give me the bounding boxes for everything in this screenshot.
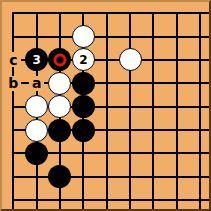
grid-line-vertical	[176, 12, 178, 209]
stone-black[interactable]	[72, 95, 95, 118]
grid-line-vertical	[152, 12, 154, 209]
grid-line-vertical	[199, 12, 201, 209]
circle-marker-icon	[53, 53, 66, 66]
go-board[interactable]: 32cba	[0, 0, 211, 211]
grid-line-horizontal	[12, 36, 209, 38]
stone-black[interactable]	[72, 72, 95, 95]
stone-white[interactable]	[48, 72, 71, 95]
point-label-b[interactable]: b	[6, 76, 21, 91]
stone-black[interactable]	[48, 165, 71, 188]
stone-black[interactable]	[25, 142, 48, 165]
stone-white[interactable]	[25, 95, 48, 118]
stone-white[interactable]	[48, 95, 71, 118]
stone-white[interactable]: 2	[72, 48, 95, 71]
stone-white[interactable]	[25, 119, 48, 142]
grid-line-vertical	[12, 12, 14, 209]
stone-black[interactable]	[48, 48, 71, 71]
point-label-c[interactable]: c	[6, 52, 21, 67]
stone-black[interactable]	[48, 119, 71, 142]
stone-white[interactable]	[119, 48, 142, 71]
point-label-a[interactable]: a	[29, 76, 44, 91]
stone-number: 3	[32, 54, 40, 66]
grid-line-horizontal	[12, 176, 209, 178]
stone-black[interactable]	[72, 119, 95, 142]
stone-number: 2	[79, 54, 87, 66]
grid-line-vertical	[106, 12, 108, 209]
stone-black[interactable]: 3	[25, 48, 48, 71]
grid-line-vertical	[129, 12, 131, 209]
grid-line-horizontal	[12, 12, 209, 14]
stone-white[interactable]	[72, 25, 95, 48]
grid-line-horizontal	[12, 199, 209, 201]
